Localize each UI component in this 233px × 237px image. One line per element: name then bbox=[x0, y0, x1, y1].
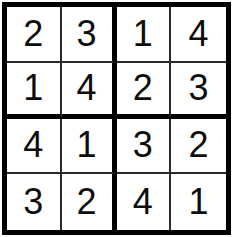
grid-cell-r2c1[interactable]: 1 bbox=[7, 63, 62, 119]
grid-cell-r3c4[interactable]: 2 bbox=[171, 119, 226, 175]
grid-cell-r4c3[interactable]: 4 bbox=[117, 174, 172, 230]
grid-cell-r4c2[interactable]: 2 bbox=[62, 174, 117, 230]
grid-cell-r4c1[interactable]: 3 bbox=[7, 174, 62, 230]
grid-cell-r2c3[interactable]: 2 bbox=[117, 63, 172, 119]
grid-cell-r1c4[interactable]: 4 bbox=[171, 7, 226, 63]
grid-cell-r4c4[interactable]: 1 bbox=[171, 174, 226, 230]
grid-cell-r3c2[interactable]: 1 bbox=[62, 119, 117, 175]
grid-cell-r2c4[interactable]: 3 bbox=[171, 63, 226, 119]
grid-cell-r1c2[interactable]: 3 bbox=[62, 7, 117, 63]
grid-cell-r1c1[interactable]: 2 bbox=[7, 7, 62, 63]
grid-cell-r3c1[interactable]: 4 bbox=[7, 119, 62, 175]
sudoku-page: 2314142341323241 bbox=[0, 0, 233, 237]
grid-cell-r2c2[interactable]: 4 bbox=[62, 63, 117, 119]
grid-cell-r3c3[interactable]: 3 bbox=[117, 119, 172, 175]
grid-cell-r1c3[interactable]: 1 bbox=[117, 7, 172, 63]
sudoku-board: 2314142341323241 bbox=[2, 2, 231, 235]
